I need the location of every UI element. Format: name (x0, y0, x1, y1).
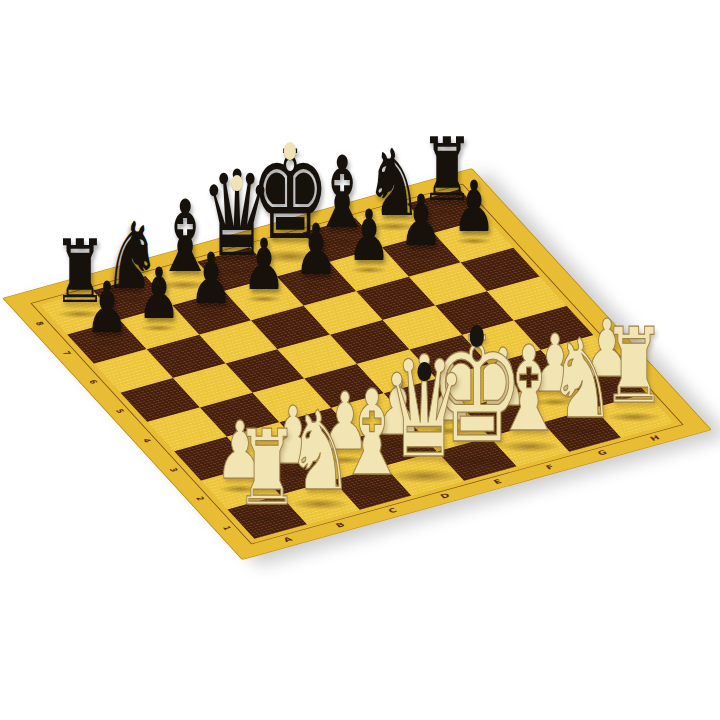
piece-black-pawn-a7[interactable]: ♟ (79, 290, 134, 345)
queen-finial (418, 362, 431, 382)
king-finial (470, 325, 484, 347)
file-label-d: D (438, 492, 451, 500)
pawn-glyph: ♟ (190, 245, 233, 315)
piece-black-pawn-h7[interactable]: ♟ (446, 189, 501, 244)
piece-black-pawn-e7[interactable]: ♟ (289, 232, 344, 287)
piece-black-pawn-c7[interactable]: ♟ (184, 261, 239, 316)
rank-label-5: 5 (114, 408, 126, 414)
piece-black-pawn-g7[interactable]: ♟ (394, 203, 449, 258)
rook-glyph: ♜ (235, 417, 299, 521)
king-finial (283, 142, 295, 160)
rank-label-1: 1 (221, 525, 233, 531)
piece-black-pawn-d7[interactable]: ♟ (236, 246, 291, 301)
pawn-glyph: ♟ (295, 216, 338, 286)
pawn-glyph: ♟ (242, 231, 285, 301)
file-label-g: G (596, 449, 609, 457)
pawn-glyph: ♟ (452, 173, 495, 243)
file-label-a: A (282, 536, 295, 544)
file-label-f: F (544, 463, 556, 471)
pawn-glyph: ♟ (137, 260, 180, 330)
rank-label-4: 4 (140, 438, 152, 444)
pawn-glyph: ♟ (399, 187, 442, 257)
rank-label-8: 8 (33, 321, 45, 327)
queen-finial (232, 175, 243, 192)
rank-label-6: 6 (87, 379, 99, 385)
file-label-e: E (492, 478, 504, 486)
pawn-glyph: ♟ (347, 202, 390, 272)
rank-label-7: 7 (60, 350, 72, 356)
file-label-c: C (387, 507, 399, 515)
rank-label-3: 3 (167, 467, 179, 473)
file-label-b: B (334, 521, 346, 529)
scene: ABCDEFGH87654321 ♜♞♝♛♚♝♞♜♟♟♟♟♟♟♟♟♟♟♟♟♟♟♟… (0, 0, 720, 720)
piece-white-rook-a1[interactable]: ♜ (227, 441, 308, 522)
piece-black-pawn-f7[interactable]: ♟ (341, 218, 396, 273)
file-label-h: H (648, 434, 661, 442)
pawn-glyph: ♟ (85, 274, 128, 344)
rank-label-2: 2 (194, 496, 206, 502)
piece-black-pawn-b7[interactable]: ♟ (132, 275, 187, 330)
